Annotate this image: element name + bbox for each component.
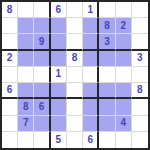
cell-r6c2[interactable] [18, 83, 34, 99]
cell-r9c2[interactable] [18, 132, 34, 148]
cell-r3c4[interactable] [51, 34, 67, 50]
cell-r5c8[interactable] [116, 67, 132, 83]
cell-r6c7[interactable] [99, 83, 115, 99]
cell-r2c2[interactable] [18, 18, 34, 34]
cell-r2c9[interactable] [132, 18, 148, 34]
cell-r5c4[interactable]: 1 [51, 67, 67, 83]
cell-r8c1[interactable] [2, 116, 18, 132]
cell-r5c1[interactable] [2, 67, 18, 83]
cell-r4c6[interactable] [83, 51, 99, 67]
cell-r1c3[interactable] [34, 2, 50, 18]
cell-r5c9[interactable] [132, 67, 148, 83]
cell-r2c7[interactable]: 8 [99, 18, 115, 34]
cell-r1c6[interactable]: 1 [83, 2, 99, 18]
cell-r1c7[interactable] [99, 2, 115, 18]
cell-r4c9[interactable]: 3 [132, 51, 148, 67]
cell-r5c7[interactable] [99, 67, 115, 83]
cell-r4c5[interactable]: 8 [67, 51, 83, 67]
cell-r9c9[interactable] [132, 132, 148, 148]
cell-r3c6[interactable] [83, 34, 99, 50]
cell-r4c1[interactable]: 2 [2, 51, 18, 67]
cell-r8c9[interactable] [132, 116, 148, 132]
cell-r7c5[interactable] [67, 99, 83, 115]
cell-r3c2[interactable] [18, 34, 34, 50]
cell-r8c4[interactable] [51, 116, 67, 132]
cell-r9c6[interactable]: 6 [83, 132, 99, 148]
cell-r8c5[interactable] [67, 116, 83, 132]
cell-r2c4[interactable] [51, 18, 67, 34]
cell-r8c7[interactable] [99, 116, 115, 132]
cell-r8c8[interactable]: 4 [116, 116, 132, 132]
cell-r7c8[interactable] [116, 99, 132, 115]
cell-r7c4[interactable] [51, 99, 67, 115]
cell-r5c3[interactable] [34, 67, 50, 83]
cell-r7c7[interactable] [99, 99, 115, 115]
cell-r4c4[interactable] [51, 51, 67, 67]
cell-r9c7[interactable] [99, 132, 115, 148]
sudoku-board: 8618293283168867456 [0, 0, 150, 150]
cell-r8c3[interactable] [34, 116, 50, 132]
cell-r2c1[interactable] [2, 18, 18, 34]
cell-r2c5[interactable] [67, 18, 83, 34]
cell-r9c1[interactable] [2, 132, 18, 148]
cell-r3c1[interactable] [2, 34, 18, 50]
cell-r3c9[interactable] [132, 34, 148, 50]
cell-r7c3[interactable]: 6 [34, 99, 50, 115]
cell-r7c1[interactable] [2, 99, 18, 115]
cell-r5c2[interactable] [18, 67, 34, 83]
cell-r7c2[interactable]: 8 [18, 99, 34, 115]
cell-r6c5[interactable] [67, 83, 83, 99]
cell-r9c4[interactable]: 5 [51, 132, 67, 148]
cell-r4c2[interactable] [18, 51, 34, 67]
cell-r4c3[interactable] [34, 51, 50, 67]
cell-r9c3[interactable] [34, 132, 50, 148]
cell-r4c8[interactable] [116, 51, 132, 67]
cell-r6c6[interactable] [83, 83, 99, 99]
cell-r1c4[interactable]: 6 [51, 2, 67, 18]
cell-r3c8[interactable] [116, 34, 132, 50]
cell-r6c4[interactable] [51, 83, 67, 99]
cell-r1c2[interactable] [18, 2, 34, 18]
cell-r4c7[interactable] [99, 51, 115, 67]
cell-r9c5[interactable] [67, 132, 83, 148]
cell-r8c2[interactable]: 7 [18, 116, 34, 132]
cell-r6c1[interactable]: 6 [2, 83, 18, 99]
cell-r7c6[interactable] [83, 99, 99, 115]
cell-r5c6[interactable] [83, 67, 99, 83]
cell-r6c3[interactable] [34, 83, 50, 99]
cell-r1c1[interactable]: 8 [2, 2, 18, 18]
cell-r2c6[interactable] [83, 18, 99, 34]
cell-r6c9[interactable]: 8 [132, 83, 148, 99]
cell-r9c8[interactable] [116, 132, 132, 148]
cell-r2c8[interactable]: 2 [116, 18, 132, 34]
cell-r6c8[interactable] [116, 83, 132, 99]
cell-r1c5[interactable] [67, 2, 83, 18]
cell-r1c9[interactable] [132, 2, 148, 18]
cell-r2c3[interactable] [34, 18, 50, 34]
cell-r3c7[interactable]: 3 [99, 34, 115, 50]
cell-r1c8[interactable] [116, 2, 132, 18]
cell-r3c5[interactable] [67, 34, 83, 50]
cell-r8c6[interactable] [83, 116, 99, 132]
cell-r7c9[interactable] [132, 99, 148, 115]
cell-r3c3[interactable]: 9 [34, 34, 50, 50]
cell-r5c5[interactable] [67, 67, 83, 83]
